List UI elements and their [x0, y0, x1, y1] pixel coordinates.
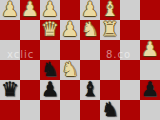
square-r1c5[interactable]: ♜ — [100, 20, 120, 40]
square-r5c1[interactable] — [20, 100, 40, 120]
square-r5c4[interactable] — [80, 100, 100, 120]
square-r2c5[interactable] — [100, 40, 120, 60]
white-knight-icon[interactable]: ♞ — [80, 18, 100, 40]
square-r5c5[interactable]: ♞ — [100, 100, 120, 120]
chess-app-window: ♟♟♟♟♝♛♟♞♜♟♞♞♛♟♝♟♞ xclic 8.co — [0, 0, 160, 120]
square-r0c1[interactable]: ♟ — [20, 0, 40, 20]
black-queen-icon[interactable]: ♛ — [0, 78, 20, 100]
square-r4c0[interactable]: ♛ — [0, 80, 20, 100]
black-pawn-icon[interactable]: ♟ — [40, 78, 60, 100]
square-r2c7[interactable]: ♟ — [140, 40, 160, 60]
chess-board: ♟♟♟♟♝♛♟♞♜♟♞♞♛♟♝♟♞ — [0, 0, 160, 120]
square-r5c3[interactable] — [60, 100, 80, 120]
square-r3c1[interactable] — [20, 60, 40, 80]
square-r2c4[interactable] — [80, 40, 100, 60]
square-r4c2[interactable]: ♟ — [40, 80, 60, 100]
white-knight-icon[interactable]: ♞ — [60, 58, 80, 80]
square-r4c7[interactable]: ♟ — [140, 80, 160, 100]
square-r4c1[interactable] — [20, 80, 40, 100]
square-r1c0[interactable] — [0, 20, 20, 40]
white-queen-icon[interactable]: ♛ — [40, 18, 60, 40]
square-r5c0[interactable] — [0, 100, 20, 120]
square-r2c6[interactable] — [120, 40, 140, 60]
black-bishop-icon[interactable]: ♝ — [80, 78, 100, 100]
square-r3c3[interactable]: ♞ — [60, 60, 80, 80]
square-r1c3[interactable]: ♟ — [60, 20, 80, 40]
square-r3c6[interactable] — [120, 60, 140, 80]
square-r5c6[interactable] — [120, 100, 140, 120]
square-r4c4[interactable]: ♝ — [80, 80, 100, 100]
square-r5c7[interactable] — [140, 100, 160, 120]
square-r0c0[interactable]: ♟ — [0, 0, 20, 20]
square-r2c1[interactable] — [20, 40, 40, 60]
square-r0c7[interactable] — [140, 0, 160, 20]
square-r5c2[interactable] — [40, 100, 60, 120]
square-r4c3[interactable] — [60, 80, 80, 100]
white-pawn-icon[interactable]: ♟ — [0, 0, 20, 20]
black-pawn-icon[interactable]: ♟ — [140, 78, 160, 100]
square-r4c6[interactable] — [120, 80, 140, 100]
white-pawn-icon[interactable]: ♟ — [140, 38, 160, 60]
square-r1c6[interactable] — [120, 20, 140, 40]
square-r1c4[interactable]: ♞ — [80, 20, 100, 40]
square-r1c1[interactable] — [20, 20, 40, 40]
white-rook-icon[interactable]: ♜ — [100, 18, 120, 40]
white-pawn-icon[interactable]: ♟ — [60, 18, 80, 40]
square-r1c2[interactable]: ♛ — [40, 20, 60, 40]
square-r0c6[interactable] — [120, 0, 140, 20]
square-r3c5[interactable] — [100, 60, 120, 80]
white-pawn-icon[interactable]: ♟ — [20, 0, 40, 20]
black-knight-icon[interactable]: ♞ — [100, 98, 120, 120]
square-r2c0[interactable] — [0, 40, 20, 60]
